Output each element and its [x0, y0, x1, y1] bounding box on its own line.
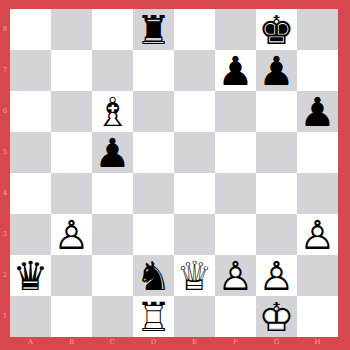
file-label-f: F — [215, 337, 256, 350]
square-h3[interactable]: ♟♙ — [297, 214, 338, 255]
piece-white-bishop[interactable]: ♝♗ — [92, 91, 133, 132]
square-h1[interactable] — [297, 296, 338, 337]
piece-black-queen[interactable]: ♛ — [10, 255, 51, 296]
piece-black-pawn[interactable]: ♟ — [92, 132, 133, 173]
square-c7[interactable] — [92, 50, 133, 91]
square-c6[interactable]: ♝♗ — [92, 91, 133, 132]
square-b6[interactable] — [51, 91, 92, 132]
square-c3[interactable] — [92, 214, 133, 255]
file-label-d: D — [133, 337, 174, 350]
piece-white-pawn[interactable]: ♟♙ — [215, 255, 256, 296]
square-a1[interactable] — [10, 296, 51, 337]
chess-board: ♜♚♟♟♝♗♟♟♟♙♟♙♛♞♛♕♟♙♟♙♜♖♚♔ — [10, 9, 338, 337]
square-e6[interactable] — [174, 91, 215, 132]
square-e4[interactable] — [174, 173, 215, 214]
square-d8[interactable]: ♜ — [133, 9, 174, 50]
piece-black-pawn[interactable]: ♟ — [297, 91, 338, 132]
square-b7[interactable] — [51, 50, 92, 91]
rank-label-3: 3 — [0, 214, 10, 255]
square-e8[interactable] — [174, 9, 215, 50]
rank-label-2: 2 — [0, 255, 10, 296]
square-f1[interactable] — [215, 296, 256, 337]
square-g1[interactable]: ♚♔ — [256, 296, 297, 337]
piece-white-pawn[interactable]: ♟♙ — [256, 255, 297, 296]
white-pawn-glyph: ♙ — [215, 255, 256, 296]
square-f4[interactable] — [215, 173, 256, 214]
piece-black-pawn[interactable]: ♟ — [256, 50, 297, 91]
white-pawn-glyph: ♙ — [51, 214, 92, 255]
white-bishop-glyph: ♗ — [92, 91, 133, 132]
black-rook-glyph: ♜ — [133, 9, 174, 50]
square-h5[interactable] — [297, 132, 338, 173]
rank-label-7: 7 — [0, 50, 10, 91]
square-c4[interactable] — [92, 173, 133, 214]
piece-white-pawn[interactable]: ♟♙ — [297, 214, 338, 255]
square-c5[interactable]: ♟ — [92, 132, 133, 173]
square-e1[interactable] — [174, 296, 215, 337]
white-rook-glyph: ♖ — [133, 296, 174, 337]
square-d7[interactable] — [133, 50, 174, 91]
square-g3[interactable] — [256, 214, 297, 255]
square-d6[interactable] — [133, 91, 174, 132]
square-f3[interactable] — [215, 214, 256, 255]
square-e3[interactable] — [174, 214, 215, 255]
rank-label-6: 6 — [0, 91, 10, 132]
square-b2[interactable] — [51, 255, 92, 296]
file-label-a: A — [10, 337, 51, 350]
white-pawn-glyph: ♙ — [297, 214, 338, 255]
rank-label-4: 4 — [0, 173, 10, 214]
square-d1[interactable]: ♜♖ — [133, 296, 174, 337]
square-h2[interactable] — [297, 255, 338, 296]
square-d2[interactable]: ♞ — [133, 255, 174, 296]
square-f2[interactable]: ♟♙ — [215, 255, 256, 296]
square-b1[interactable] — [51, 296, 92, 337]
square-f7[interactable]: ♟ — [215, 50, 256, 91]
black-knight-glyph: ♞ — [133, 255, 174, 296]
piece-white-pawn[interactable]: ♟♙ — [51, 214, 92, 255]
black-pawn-glyph: ♟ — [256, 50, 297, 91]
square-d3[interactable] — [133, 214, 174, 255]
square-d5[interactable] — [133, 132, 174, 173]
white-pawn-glyph: ♙ — [256, 255, 297, 296]
square-a8[interactable] — [10, 9, 51, 50]
square-a6[interactable] — [10, 91, 51, 132]
file-label-g: G — [256, 337, 297, 350]
square-c2[interactable] — [92, 255, 133, 296]
square-g5[interactable] — [256, 132, 297, 173]
file-label-e: E — [174, 337, 215, 350]
piece-black-pawn[interactable]: ♟ — [215, 50, 256, 91]
black-king-glyph: ♚ — [256, 9, 297, 50]
square-a2[interactable]: ♛ — [10, 255, 51, 296]
file-label-b: B — [51, 337, 92, 350]
square-h6[interactable]: ♟ — [297, 91, 338, 132]
file-label-c: C — [92, 337, 133, 350]
square-b5[interactable] — [51, 132, 92, 173]
square-g6[interactable] — [256, 91, 297, 132]
square-e7[interactable] — [174, 50, 215, 91]
piece-white-king[interactable]: ♚♔ — [256, 296, 297, 337]
square-g4[interactable] — [256, 173, 297, 214]
square-f5[interactable] — [215, 132, 256, 173]
square-g7[interactable]: ♟ — [256, 50, 297, 91]
rank-label-5: 5 — [0, 132, 10, 173]
square-a4[interactable] — [10, 173, 51, 214]
square-b3[interactable]: ♟♙ — [51, 214, 92, 255]
piece-black-king[interactable]: ♚ — [256, 9, 297, 50]
file-label-h: H — [297, 337, 338, 350]
square-b8[interactable] — [51, 9, 92, 50]
square-a5[interactable] — [10, 132, 51, 173]
rank-label-1: 1 — [0, 296, 10, 337]
square-h7[interactable] — [297, 50, 338, 91]
black-pawn-glyph: ♟ — [297, 91, 338, 132]
piece-black-knight[interactable]: ♞ — [133, 255, 174, 296]
black-queen-glyph: ♛ — [10, 255, 51, 296]
square-e2[interactable]: ♛♕ — [174, 255, 215, 296]
rank-label-8: 8 — [0, 9, 10, 50]
white-queen-glyph: ♕ — [174, 255, 215, 296]
piece-black-rook[interactable]: ♜ — [133, 9, 174, 50]
square-e5[interactable] — [174, 132, 215, 173]
square-c1[interactable] — [92, 296, 133, 337]
black-pawn-glyph: ♟ — [92, 132, 133, 173]
square-h8[interactable] — [297, 9, 338, 50]
square-g2[interactable]: ♟♙ — [256, 255, 297, 296]
square-c8[interactable] — [92, 9, 133, 50]
chess-board-frame: ♜♚♟♟♝♗♟♟♟♙♟♙♛♞♛♕♟♙♟♙♜♖♚♔ 87654321ABCDEFG… — [0, 0, 350, 350]
white-king-glyph: ♔ — [256, 296, 297, 337]
black-pawn-glyph: ♟ — [215, 50, 256, 91]
piece-white-queen[interactable]: ♛♕ — [174, 255, 215, 296]
square-h4[interactable] — [297, 173, 338, 214]
square-f6[interactable] — [215, 91, 256, 132]
square-a7[interactable] — [10, 50, 51, 91]
square-b4[interactable] — [51, 173, 92, 214]
square-g8[interactable]: ♚ — [256, 9, 297, 50]
square-a3[interactable] — [10, 214, 51, 255]
square-d4[interactable] — [133, 173, 174, 214]
piece-white-rook[interactable]: ♜♖ — [133, 296, 174, 337]
square-f8[interactable] — [215, 9, 256, 50]
